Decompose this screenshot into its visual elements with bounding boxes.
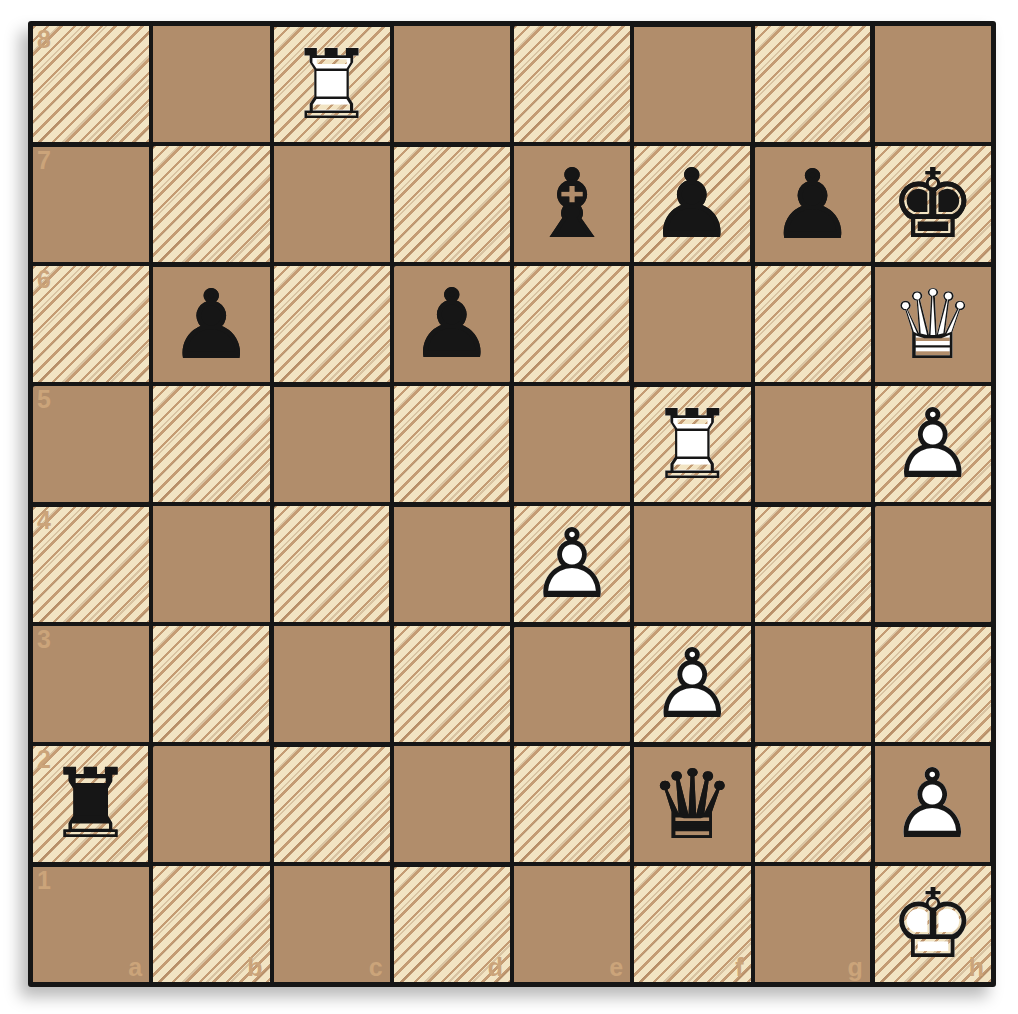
square-b8[interactable] bbox=[151, 24, 271, 144]
black-pawn-outline: ♙ bbox=[394, 266, 510, 382]
white-pawn[interactable]: ♟♙ bbox=[514, 506, 630, 622]
square-a4[interactable]: 4 bbox=[31, 504, 151, 624]
square-h8[interactable] bbox=[873, 24, 993, 144]
square-h3[interactable] bbox=[873, 624, 993, 744]
square-f1[interactable]: f bbox=[632, 864, 752, 984]
white-pawn[interactable]: ♟♙ bbox=[875, 386, 991, 502]
square-g5[interactable] bbox=[753, 384, 873, 504]
rank-label: 1 bbox=[37, 868, 51, 893]
black-rook[interactable]: ♜♖ bbox=[33, 746, 148, 862]
square-a7[interactable]: 7 bbox=[31, 144, 151, 264]
square-f4[interactable] bbox=[632, 504, 752, 624]
square-c1[interactable]: c bbox=[272, 864, 392, 984]
white-pawn-outline: ♙ bbox=[875, 386, 991, 502]
square-b3[interactable] bbox=[151, 624, 271, 744]
square-c5[interactable] bbox=[272, 384, 392, 504]
file-label: d bbox=[488, 955, 503, 980]
file-label: f bbox=[735, 955, 743, 980]
square-f2[interactable]: ♛♕ bbox=[632, 744, 752, 864]
square-e1[interactable]: e bbox=[512, 864, 632, 984]
white-pawn-outline: ♙ bbox=[514, 506, 630, 622]
rank-label: 8 bbox=[37, 27, 51, 52]
white-pawn-glyph: ♟ bbox=[875, 746, 990, 862]
square-c6[interactable] bbox=[272, 264, 392, 384]
black-pawn-outline: ♙ bbox=[153, 267, 269, 382]
file-label: c bbox=[369, 955, 383, 980]
black-rook-outline: ♖ bbox=[33, 746, 148, 862]
square-d5[interactable] bbox=[392, 384, 512, 504]
square-d2[interactable] bbox=[392, 744, 512, 864]
black-pawn-glyph: ♟ bbox=[394, 266, 510, 382]
square-d8[interactable] bbox=[392, 24, 512, 144]
square-a5[interactable]: 5 bbox=[31, 384, 151, 504]
black-pawn-glyph: ♟ bbox=[634, 146, 749, 262]
square-e5[interactable] bbox=[512, 384, 632, 504]
square-c2[interactable] bbox=[272, 744, 392, 864]
square-g8[interactable] bbox=[753, 24, 873, 144]
square-g3[interactable] bbox=[753, 624, 873, 744]
black-bishop-outline: ♗ bbox=[514, 146, 630, 262]
square-b5[interactable] bbox=[151, 384, 271, 504]
file-label: a bbox=[128, 955, 142, 980]
file-label: g bbox=[847, 955, 862, 980]
square-d7[interactable] bbox=[392, 144, 512, 264]
white-rook-outline: ♖ bbox=[634, 387, 750, 502]
square-c7[interactable] bbox=[272, 144, 392, 264]
square-e7[interactable]: ♝♗ bbox=[512, 144, 632, 264]
square-g6[interactable] bbox=[753, 264, 873, 384]
square-h7[interactable]: ♚♔ bbox=[873, 144, 993, 264]
square-g1[interactable]: g bbox=[753, 864, 873, 984]
square-f8[interactable] bbox=[632, 24, 752, 144]
black-pawn-glyph: ♟ bbox=[153, 267, 269, 382]
file-label: b bbox=[247, 955, 262, 980]
square-f3[interactable]: ♟♙ bbox=[632, 624, 752, 744]
page: 8♜♖7♝♗♟♙♟♙♚♔6♟♙♟♙♛♕5♜♖♟♙4♟♙3♟♙2♜♖♛♕♟♙1ab… bbox=[0, 0, 1018, 1014]
square-g7[interactable]: ♟♙ bbox=[753, 144, 873, 264]
square-d3[interactable] bbox=[392, 624, 512, 744]
square-c4[interactable] bbox=[272, 504, 392, 624]
white-pawn-outline: ♙ bbox=[875, 746, 990, 862]
white-queen-outline: ♕ bbox=[875, 267, 991, 382]
black-bishop-glyph: ♝ bbox=[514, 146, 630, 262]
square-f7[interactable]: ♟♙ bbox=[632, 144, 752, 264]
square-h2[interactable]: ♟♙ bbox=[873, 744, 993, 864]
square-a8[interactable]: 8 bbox=[31, 24, 151, 144]
square-d4[interactable] bbox=[392, 504, 512, 624]
square-h6[interactable]: ♛♕ bbox=[873, 264, 993, 384]
black-queen-glyph: ♛ bbox=[634, 747, 750, 862]
rank-label: 6 bbox=[37, 267, 51, 292]
square-b6[interactable]: ♟♙ bbox=[151, 264, 271, 384]
black-pawn[interactable]: ♟♙ bbox=[755, 147, 871, 262]
rank-label: 3 bbox=[37, 627, 51, 652]
square-a2[interactable]: 2♜♖ bbox=[31, 744, 151, 864]
white-rook[interactable]: ♜♖ bbox=[274, 27, 390, 142]
white-rook-outline: ♖ bbox=[274, 27, 390, 142]
square-h5[interactable]: ♟♙ bbox=[873, 384, 993, 504]
white-queen-glyph: ♛ bbox=[875, 267, 991, 382]
square-e6[interactable] bbox=[512, 264, 632, 384]
square-b1[interactable]: b bbox=[151, 864, 271, 984]
white-rook-glyph: ♜ bbox=[274, 27, 390, 142]
square-f6[interactable] bbox=[632, 264, 752, 384]
black-king[interactable]: ♚♔ bbox=[875, 146, 991, 262]
square-e8[interactable] bbox=[512, 24, 632, 144]
white-queen[interactable]: ♛♕ bbox=[875, 267, 991, 382]
white-rook[interactable]: ♜♖ bbox=[634, 387, 750, 502]
white-pawn-glyph: ♟ bbox=[514, 506, 630, 622]
black-king-outline: ♔ bbox=[875, 146, 991, 262]
square-a3[interactable]: 3 bbox=[31, 624, 151, 744]
square-g2[interactable] bbox=[753, 744, 873, 864]
white-king[interactable]: ♚♔ bbox=[875, 866, 991, 982]
black-queen-outline: ♕ bbox=[634, 747, 750, 862]
black-king-glyph: ♚ bbox=[875, 146, 991, 262]
file-label: e bbox=[609, 955, 623, 980]
black-rook-glyph: ♜ bbox=[33, 746, 148, 862]
square-e4[interactable]: ♟♙ bbox=[512, 504, 632, 624]
square-h4[interactable] bbox=[873, 504, 993, 624]
black-pawn-outline: ♙ bbox=[755, 147, 871, 262]
black-pawn[interactable]: ♟♙ bbox=[394, 266, 510, 382]
square-a6[interactable]: 6 bbox=[31, 264, 151, 384]
rank-label: 4 bbox=[37, 508, 51, 533]
white-king-glyph: ♚ bbox=[875, 866, 991, 982]
black-pawn-outline: ♙ bbox=[634, 146, 749, 262]
chess-board: 8♜♖7♝♗♟♙♟♙♚♔6♟♙♟♙♛♕5♜♖♟♙4♟♙3♟♙2♜♖♛♕♟♙1ab… bbox=[28, 21, 996, 987]
black-bishop[interactable]: ♝♗ bbox=[514, 146, 630, 262]
white-pawn-outline: ♙ bbox=[634, 626, 750, 742]
white-pawn[interactable]: ♟♙ bbox=[875, 746, 990, 862]
black-queen[interactable]: ♛♕ bbox=[634, 747, 750, 862]
black-pawn[interactable]: ♟♙ bbox=[153, 267, 269, 382]
black-pawn-glyph: ♟ bbox=[755, 147, 871, 262]
square-b4[interactable] bbox=[151, 504, 271, 624]
rank-label: 7 bbox=[37, 148, 51, 173]
white-rook-glyph: ♜ bbox=[634, 387, 750, 502]
white-king-outline: ♔ bbox=[875, 866, 991, 982]
square-c3[interactable] bbox=[272, 624, 392, 744]
square-d1[interactable]: d bbox=[392, 864, 512, 984]
square-b7[interactable] bbox=[151, 144, 271, 264]
square-h1[interactable]: h♚♔ bbox=[873, 864, 993, 984]
white-pawn-glyph: ♟ bbox=[634, 626, 750, 742]
square-d6[interactable]: ♟♙ bbox=[392, 264, 512, 384]
square-f5[interactable]: ♜♖ bbox=[632, 384, 752, 504]
black-pawn[interactable]: ♟♙ bbox=[634, 146, 749, 262]
square-b2[interactable] bbox=[151, 744, 271, 864]
rank-label: 5 bbox=[37, 387, 51, 412]
white-pawn-glyph: ♟ bbox=[875, 386, 991, 502]
square-e3[interactable] bbox=[512, 624, 632, 744]
white-pawn[interactable]: ♟♙ bbox=[634, 626, 750, 742]
square-g4[interactable] bbox=[753, 504, 873, 624]
square-e2[interactable] bbox=[512, 744, 632, 864]
square-a1[interactable]: 1a bbox=[31, 864, 151, 984]
square-c8[interactable]: ♜♖ bbox=[272, 24, 392, 144]
